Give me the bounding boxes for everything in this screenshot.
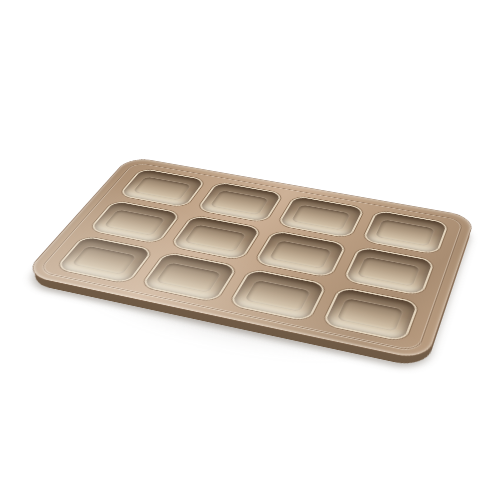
loaf-cavity: [324, 288, 418, 341]
cavity-floor: [184, 225, 246, 252]
cavity-floor: [357, 257, 420, 287]
loaf-cavity: [57, 237, 151, 283]
cavity-floor: [132, 177, 191, 201]
loaf-cavity: [90, 201, 178, 242]
cavity-floor: [210, 190, 269, 215]
loaf-cavity: [363, 211, 446, 254]
cavity-floor: [269, 240, 332, 269]
cavity-floor: [375, 219, 435, 246]
loaf-cavity: [345, 247, 433, 294]
product-photo-scene: [0, 0, 500, 500]
cavity-floor: [103, 209, 165, 235]
loaf-cavity: [171, 216, 259, 259]
loaf-cavity: [120, 169, 204, 206]
loaf-cavity: [231, 270, 325, 320]
cavity-floor: [71, 246, 137, 275]
loaf-cavity: [142, 253, 236, 301]
loaf-cavity: [198, 183, 282, 222]
cavity-floor: [155, 262, 221, 293]
loaf-cavity: [279, 196, 363, 237]
cavity-floor: [291, 204, 351, 230]
cavity-floor: [244, 280, 311, 312]
loaf-cavity: [256, 231, 344, 276]
cavity-floor: [337, 298, 404, 332]
